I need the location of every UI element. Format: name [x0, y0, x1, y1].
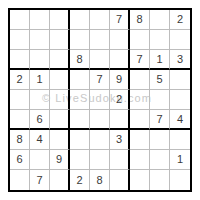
cell-r9c6[interactable]	[110, 170, 130, 190]
cell-r3c6[interactable]	[110, 50, 130, 70]
cell-r7c9[interactable]	[170, 130, 190, 150]
cell-r4c3[interactable]	[50, 70, 70, 90]
cell-r1c3[interactable]	[50, 10, 70, 30]
cell-r2c1[interactable]	[10, 30, 30, 50]
cell-r6c1[interactable]	[10, 110, 30, 130]
cell-r7c6[interactable]: 3	[110, 130, 130, 150]
cell-r7c4[interactable]	[70, 130, 90, 150]
cell-r8c9[interactable]: 1	[170, 150, 190, 170]
cell-r2c4[interactable]	[70, 30, 90, 50]
cell-r7c5[interactable]	[90, 130, 110, 150]
cell-r3c9[interactable]: 3	[170, 50, 190, 70]
cell-r2c5[interactable]	[90, 30, 110, 50]
cell-r9c2[interactable]: 7	[30, 170, 50, 190]
cell-r8c8[interactable]	[150, 150, 170, 170]
cell-r3c8[interactable]: 1	[150, 50, 170, 70]
cell-r8c1[interactable]: 6	[10, 150, 30, 170]
cell-r2c7[interactable]	[130, 30, 150, 50]
cell-r8c4[interactable]	[70, 150, 90, 170]
cell-r3c2[interactable]	[30, 50, 50, 70]
cell-r1c4[interactable]	[70, 10, 90, 30]
cell-r5c9[interactable]	[170, 90, 190, 110]
cell-r1c7[interactable]: 8	[130, 10, 150, 30]
cell-r9c3[interactable]	[50, 170, 70, 190]
cell-r1c8[interactable]	[150, 10, 170, 30]
cell-r3c1[interactable]	[10, 50, 30, 70]
cell-r8c5[interactable]	[90, 150, 110, 170]
cell-r4c8[interactable]: 5	[150, 70, 170, 90]
cell-r5c2[interactable]	[30, 90, 50, 110]
cell-r4c2[interactable]: 1	[30, 70, 50, 90]
cell-r5c3[interactable]	[50, 90, 70, 110]
cell-r4c9[interactable]	[170, 70, 190, 90]
cell-r9c8[interactable]	[150, 170, 170, 190]
cell-r8c6[interactable]	[110, 150, 130, 170]
cell-r5c5[interactable]	[90, 90, 110, 110]
cell-r3c5[interactable]	[90, 50, 110, 70]
cell-r2c8[interactable]	[150, 30, 170, 50]
cell-r6c4[interactable]	[70, 110, 90, 130]
cell-r7c1[interactable]: 8	[10, 130, 30, 150]
cell-r9c1[interactable]	[10, 170, 30, 190]
cell-r6c7[interactable]	[130, 110, 150, 130]
cell-r1c5[interactable]	[90, 10, 110, 30]
cell-r7c3[interactable]	[50, 130, 70, 150]
cell-r9c4[interactable]: 2	[70, 170, 90, 190]
cell-r9c9[interactable]	[170, 170, 190, 190]
cell-r9c7[interactable]	[130, 170, 150, 190]
cell-r6c8[interactable]: 7	[150, 110, 170, 130]
cell-r4c4[interactable]	[70, 70, 90, 90]
cell-r5c1[interactable]	[10, 90, 30, 110]
cell-r7c7[interactable]	[130, 130, 150, 150]
cell-r6c2[interactable]: 6	[30, 110, 50, 130]
cell-r7c8[interactable]	[150, 130, 170, 150]
sudoku-page: 7828713217952674843691728 © LiveSudoku.c…	[0, 0, 200, 200]
cell-r8c3[interactable]: 9	[50, 150, 70, 170]
cell-r5c6[interactable]: 2	[110, 90, 130, 110]
cell-r4c5[interactable]: 7	[90, 70, 110, 90]
cell-r2c3[interactable]	[50, 30, 70, 50]
cell-r5c7[interactable]	[130, 90, 150, 110]
sudoku-board: 7828713217952674843691728	[8, 8, 192, 192]
cell-r2c9[interactable]	[170, 30, 190, 50]
cell-r4c6[interactable]: 9	[110, 70, 130, 90]
cell-r2c6[interactable]	[110, 30, 130, 50]
cell-r9c5[interactable]: 8	[90, 170, 110, 190]
cell-r4c7[interactable]	[130, 70, 150, 90]
cell-r7c2[interactable]: 4	[30, 130, 50, 150]
cell-r1c2[interactable]	[30, 10, 50, 30]
cell-r3c7[interactable]: 7	[130, 50, 150, 70]
cell-r4c1[interactable]: 2	[10, 70, 30, 90]
cell-r6c9[interactable]: 4	[170, 110, 190, 130]
cell-r6c3[interactable]	[50, 110, 70, 130]
cell-r2c2[interactable]	[30, 30, 50, 50]
cell-r3c3[interactable]	[50, 50, 70, 70]
cell-r1c1[interactable]	[10, 10, 30, 30]
cell-r8c7[interactable]	[130, 150, 150, 170]
cell-r6c6[interactable]	[110, 110, 130, 130]
cell-r1c9[interactable]: 2	[170, 10, 190, 30]
cell-r5c8[interactable]	[150, 90, 170, 110]
cell-r3c4[interactable]: 8	[70, 50, 90, 70]
cell-r8c2[interactable]	[30, 150, 50, 170]
cell-r1c6[interactable]: 7	[110, 10, 130, 30]
cell-r5c4[interactable]	[70, 90, 90, 110]
cell-r6c5[interactable]	[90, 110, 110, 130]
